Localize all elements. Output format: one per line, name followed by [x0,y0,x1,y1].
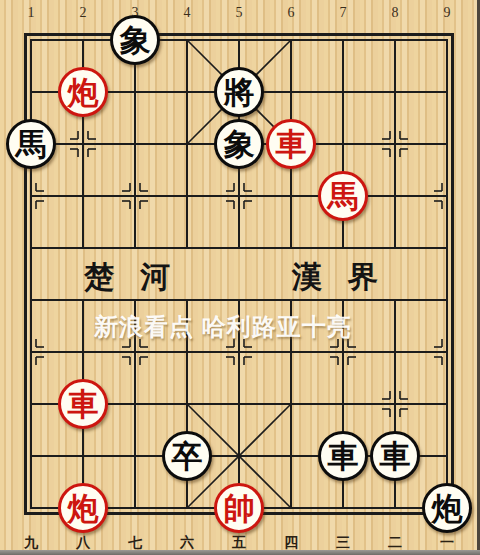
red-horse[interactable]: 馬 [318,171,368,221]
black-elephant[interactable]: 象 [110,15,160,65]
black-soldier[interactable]: 卒 [162,431,212,481]
black-cannon[interactable]: 炮 [422,483,472,533]
red-cannon[interactable]: 炮 [58,483,108,533]
black-chariot[interactable]: 車 [370,431,420,481]
red-chariot[interactable]: 車 [266,119,316,169]
watermark-text: 新浪看点 哈利路亚十亮 [94,311,352,343]
black-general[interactable]: 將 [214,67,264,117]
red-general[interactable]: 帥 [214,483,264,533]
red-chariot[interactable]: 車 [58,379,108,429]
xiangqi-board: 123456789 九八七六五四三二一 楚河 漢界 象炮將馬象車馬車卒車車炮帥炮… [0,0,480,555]
red-cannon[interactable]: 炮 [58,67,108,117]
black-horse[interactable]: 馬 [6,119,56,169]
black-elephant[interactable]: 象 [214,119,264,169]
image-edge-bottom [0,550,480,555]
black-chariot[interactable]: 車 [318,431,368,481]
piece-grid: 象炮將馬象車馬車卒車車炮帥炮 [5,14,473,534]
